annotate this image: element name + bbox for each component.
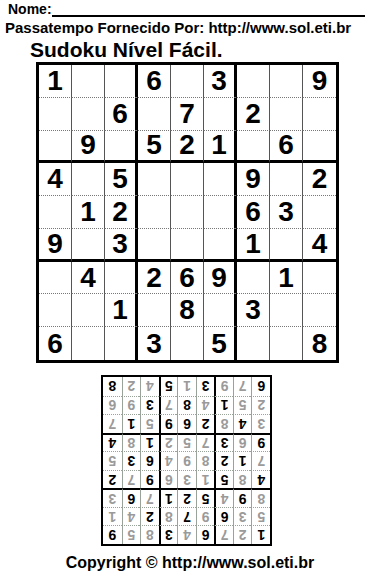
name-blank-line [52,2,365,17]
puzzle-cell-r9c6: 5 [204,327,237,360]
solution-cell-r7c6: 9 [159,414,178,433]
solution-cell-r9c7: 4 [140,377,159,396]
puzzle-cell-r1c4: 6 [138,65,171,98]
puzzle-cell-r7c1 [39,262,72,295]
solution-cell-r7c7: 5 [140,414,159,433]
solution-cell-r9c8: 2 [122,377,141,396]
solution-cell-r8c4: 4 [196,396,215,415]
solution-cell-r4c2: 8 [233,470,252,489]
puzzle-cell-r8c1 [39,294,72,327]
solution-cell-r2c5: 7 [177,507,196,526]
solution-cell-r2c1: 5 [251,507,270,526]
puzzle-cell-r4c1: 4 [39,163,72,196]
solution-cell-r9c5: 1 [177,377,196,396]
solution-cell-r3c7: 7 [140,488,159,507]
puzzle-cell-r5c5 [171,196,204,229]
solution-cell-r8c7: 3 [140,396,159,415]
solution-cell-r6c9: 4 [103,433,122,452]
solution-cell-r5c2: 1 [233,451,252,470]
solution-cell-r8c9: 6 [103,396,122,415]
solution-cell-r7c3: 8 [214,414,233,433]
solution-cell-r7c1: 3 [251,414,270,433]
solution-cell-r2c2: 3 [233,507,252,526]
puzzle-cell-r3c4: 5 [138,131,171,164]
solution-cell-r4c7: 9 [140,470,159,489]
solution-cell-r3c9: 3 [103,488,122,507]
puzzle-cell-r7c4: 2 [138,262,171,295]
puzzle-cell-r7c9 [303,262,336,295]
solution-cell-r1c6: 3 [159,525,178,544]
puzzle-cell-r2c5: 7 [171,98,204,131]
solution-cell-r2c4: 9 [196,507,215,526]
puzzle-cell-r5c2: 1 [72,196,105,229]
puzzle-cell-r8c9 [303,294,336,327]
solution-cell-r1c9: 9 [103,525,122,544]
puzzle-cell-r6c4 [138,229,171,262]
puzzle-cell-r3c9 [303,131,336,164]
solution-cell-r8c3: 1 [214,396,233,415]
solution-cell-r4c8: 7 [122,470,141,489]
puzzle-cell-r6c5 [171,229,204,262]
puzzle-cell-r7c3 [105,262,138,295]
solution-cell-r6c1: 9 [251,433,270,452]
solution-cell-r7c9: 7 [103,414,122,433]
puzzle-cell-r2c6 [204,98,237,131]
puzzle-cell-r4c7: 9 [237,163,270,196]
solution-cell-r5c9: 5 [103,451,122,470]
puzzle-cell-r1c5 [171,65,204,98]
puzzle-cell-r1c9: 9 [303,65,336,98]
puzzle-cell-r3c3 [105,131,138,164]
provider-line: Passatempo Fornecido Por: http://www.sol… [5,19,377,36]
solution-cell-r5c8: 3 [122,451,141,470]
solution-cell-r3c8: 6 [122,488,141,507]
solution-cell-r6c6: 2 [159,433,178,452]
puzzle-cell-r9c2 [72,327,105,360]
page-title: Sudoku Nível Fácil. [30,38,223,62]
puzzle-cell-r3c6: 1 [204,131,237,164]
puzzle-cell-r6c8 [270,229,303,262]
puzzle-cell-r5c1 [39,196,72,229]
puzzle-cell-r6c3: 3 [105,229,138,262]
puzzle-cell-r2c9 [303,98,336,131]
puzzle-cell-r9c9: 8 [303,327,336,360]
solution-cell-r2c9: 1 [103,507,122,526]
puzzle-cell-r4c2 [72,163,105,196]
puzzle-cell-r6c7: 1 [237,229,270,262]
solution-cell-r6c3: 3 [214,433,233,452]
puzzle-cell-r3c2: 9 [72,131,105,164]
solution-cell-r1c8: 5 [122,525,141,544]
puzzle-cell-r7c8: 1 [270,262,303,295]
puzzle-cell-r2c1 [39,98,72,131]
puzzle-cell-r5c9 [303,196,336,229]
solution-cell-r1c2: 2 [233,525,252,544]
solution-cell-r2c8: 4 [122,507,141,526]
solution-cell-r3c2: 9 [233,488,252,507]
solution-cell-r4c6: 6 [159,470,178,489]
solution-cell-r3c6: 1 [159,488,178,507]
puzzle-cell-r4c9: 2 [303,163,336,196]
solution-cell-r1c3: 7 [214,525,233,544]
solution-cell-r2c7: 2 [140,507,159,526]
solution-cell-r7c2: 4 [233,414,252,433]
solution-grid-rotated-180: 1276438595369782418945217634851369727128… [101,375,272,546]
puzzle-cell-r2c4 [138,98,171,131]
puzzle-cell-r8c2 [72,294,105,327]
puzzle-cell-r4c6 [204,163,237,196]
solution-cell-r5c6: 4 [159,451,178,470]
solution-cell-r4c1: 4 [251,470,270,489]
solution-cell-r4c4: 1 [196,470,215,489]
solution-cell-r6c4: 7 [196,433,215,452]
name-label: Nome: [8,1,52,17]
puzzle-cell-r5c7: 6 [237,196,270,229]
puzzle-cell-r7c2: 4 [72,262,105,295]
solution-cell-r9c3: 9 [214,377,233,396]
puzzle-cell-r4c8 [270,163,303,196]
solution-cell-r4c9: 2 [103,470,122,489]
puzzle-cell-r9c3 [105,327,138,360]
solution-cell-r3c1: 8 [251,488,270,507]
puzzle-cell-r4c4 [138,163,171,196]
solution-cell-r1c7: 8 [140,525,159,544]
solution-cell-r5c1: 7 [251,451,270,470]
solution-cell-r6c5: 5 [177,433,196,452]
puzzle-cell-r2c8 [270,98,303,131]
puzzle-cell-r5c4 [138,196,171,229]
puzzle-cell-r8c4 [138,294,171,327]
puzzle-cell-r6c2 [72,229,105,262]
puzzle-cell-r1c1: 1 [39,65,72,98]
puzzle-cell-r6c9: 4 [303,229,336,262]
solution-cell-r8c6: 7 [159,396,178,415]
puzzle-cell-r2c3: 6 [105,98,138,131]
solution-cell-r6c2: 6 [233,433,252,452]
puzzle-cell-r8c7: 3 [237,294,270,327]
puzzle-cell-r8c8 [270,294,303,327]
puzzle-cell-r3c7 [237,131,270,164]
solution-cell-r5c5: 9 [177,451,196,470]
puzzle-cell-r7c5: 6 [171,262,204,295]
puzzle-cell-r8c6 [204,294,237,327]
puzzle-cell-r7c7 [237,262,270,295]
puzzle-grid: 163967295216459212639314426911836358 [36,62,339,363]
solution-cell-r8c2: 5 [233,396,252,415]
solution-cell-r9c6: 5 [159,377,178,396]
puzzle-cell-r8c3: 1 [105,294,138,327]
puzzle-cell-r1c3 [105,65,138,98]
solution-cell-r8c1: 2 [251,396,270,415]
puzzle-cell-r5c6 [204,196,237,229]
puzzle-cell-r1c7 [237,65,270,98]
solution-cell-r9c9: 8 [103,377,122,396]
solution-cell-r5c4: 8 [196,451,215,470]
solution-cell-r6c8: 8 [122,433,141,452]
solution-cell-r5c3: 2 [214,451,233,470]
puzzle-cell-r9c5 [171,327,204,360]
puzzle-cell-r4c3: 5 [105,163,138,196]
name-row: Nome: [8,1,365,17]
puzzle-cell-r8c5: 8 [171,294,204,327]
solution-cell-r7c4: 2 [196,414,215,433]
puzzle-cell-r2c7: 2 [237,98,270,131]
copyright-text: Copyright © http://www.sol.eti.br [0,554,380,572]
puzzle-cell-r9c7 [237,327,270,360]
puzzle-cell-r5c8: 3 [270,196,303,229]
worksheet-page: Nome: Passatempo Fornecido Por: http://w… [0,0,380,585]
solution-cell-r8c5: 8 [177,396,196,415]
puzzle-cell-r3c1 [39,131,72,164]
solution-cell-r7c8: 1 [122,414,141,433]
puzzle-cell-r3c8: 6 [270,131,303,164]
puzzle-cell-r1c6: 3 [204,65,237,98]
puzzle-cell-r1c2 [72,65,105,98]
puzzle-cell-r6c1: 9 [39,229,72,262]
solution-cell-r1c5: 4 [177,525,196,544]
puzzle-cell-r9c8 [270,327,303,360]
solution-cell-r3c5: 2 [177,488,196,507]
solution-cell-r8c8: 9 [122,396,141,415]
solution-cell-r2c3: 6 [214,507,233,526]
solution-cell-r5c7: 6 [140,451,159,470]
solution-cell-r9c4: 3 [196,377,215,396]
solution-cell-r1c4: 6 [196,525,215,544]
solution-cell-r6c7: 1 [140,433,159,452]
solution-cell-r3c4: 5 [196,488,215,507]
solution-cell-r7c5: 6 [177,414,196,433]
puzzle-cell-r5c3: 2 [105,196,138,229]
solution-cell-r9c2: 7 [233,377,252,396]
solution-cell-r3c3: 4 [214,488,233,507]
puzzle-cell-r9c1: 6 [39,327,72,360]
puzzle-cell-r1c8 [270,65,303,98]
puzzle-cell-r6c6 [204,229,237,262]
puzzle-cell-r2c2 [72,98,105,131]
solution-cell-r2c6: 8 [159,507,178,526]
solution-cell-r9c1: 6 [251,377,270,396]
puzzle-cell-r4c5 [171,163,204,196]
puzzle-cell-r9c4: 3 [138,327,171,360]
solution-cell-r1c1: 1 [251,525,270,544]
puzzle-cell-r3c5: 2 [171,131,204,164]
solution-cell-r4c3: 5 [214,470,233,489]
solution-cell-r4c5: 3 [177,470,196,489]
puzzle-cell-r7c6: 9 [204,262,237,295]
